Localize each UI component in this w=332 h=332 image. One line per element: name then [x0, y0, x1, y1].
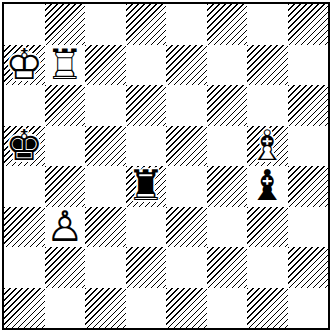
white-king[interactable]: ♚♔ — [4, 45, 45, 86]
white-bishop[interactable]: ♝♗ — [247, 126, 288, 167]
square-h6[interactable] — [288, 85, 329, 126]
white-bishop-glyph: ♗ — [248, 126, 286, 167]
square-a4[interactable] — [4, 166, 45, 207]
square-b4[interactable] — [45, 166, 86, 207]
black-bishop[interactable]: ♝♝ — [247, 166, 288, 207]
square-e4[interactable] — [166, 166, 207, 207]
square-c6[interactable] — [85, 85, 126, 126]
square-b7[interactable]: ♜♖ — [45, 45, 86, 86]
square-c4[interactable] — [85, 166, 126, 207]
square-d4[interactable]: ♜♜ — [126, 166, 167, 207]
square-e8[interactable] — [166, 4, 207, 45]
square-h4[interactable] — [288, 166, 329, 207]
square-c8[interactable] — [85, 4, 126, 45]
square-g1[interactable] — [247, 288, 288, 329]
white-pawn-glyph: ♙ — [46, 207, 84, 248]
black-rook-glyph: ♜ — [127, 166, 165, 207]
square-g7[interactable] — [247, 45, 288, 86]
square-b6[interactable] — [45, 85, 86, 126]
square-f7[interactable] — [207, 45, 248, 86]
square-g5[interactable]: ♝♗ — [247, 126, 288, 167]
square-a5[interactable]: ♚♚ — [4, 126, 45, 167]
square-d6[interactable] — [126, 85, 167, 126]
square-h2[interactable] — [288, 247, 329, 288]
square-g4[interactable]: ♝♝ — [247, 166, 288, 207]
square-b3[interactable]: ♟♙ — [45, 207, 86, 248]
square-d5[interactable] — [126, 126, 167, 167]
black-king-glyph: ♚ — [5, 126, 43, 167]
square-d8[interactable] — [126, 4, 167, 45]
square-g6[interactable] — [247, 85, 288, 126]
square-e6[interactable] — [166, 85, 207, 126]
white-rook[interactable]: ♜♖ — [45, 45, 86, 86]
square-f3[interactable] — [207, 207, 248, 248]
white-pawn[interactable]: ♟♙ — [45, 207, 86, 248]
square-f5[interactable] — [207, 126, 248, 167]
square-e1[interactable] — [166, 288, 207, 329]
square-d7[interactable] — [126, 45, 167, 86]
square-e3[interactable] — [166, 207, 207, 248]
square-c7[interactable] — [85, 45, 126, 86]
square-a8[interactable] — [4, 4, 45, 45]
chessboard: ♚♔♜♖♚♚♝♗♜♜♝♝♟♙ — [4, 4, 328, 328]
square-c3[interactable] — [85, 207, 126, 248]
square-a3[interactable] — [4, 207, 45, 248]
square-f1[interactable] — [207, 288, 248, 329]
square-e5[interactable] — [166, 126, 207, 167]
square-c5[interactable] — [85, 126, 126, 167]
square-e2[interactable] — [166, 247, 207, 288]
square-d2[interactable] — [126, 247, 167, 288]
square-h7[interactable] — [288, 45, 329, 86]
square-h8[interactable] — [288, 4, 329, 45]
square-g3[interactable] — [247, 207, 288, 248]
square-a6[interactable] — [4, 85, 45, 126]
chessboard-frame: ♚♔♜♖♚♚♝♗♜♜♝♝♟♙ — [2, 2, 330, 330]
square-c1[interactable] — [85, 288, 126, 329]
square-f2[interactable] — [207, 247, 248, 288]
square-c2[interactable] — [85, 247, 126, 288]
square-g2[interactable] — [247, 247, 288, 288]
square-g8[interactable] — [247, 4, 288, 45]
white-king-glyph: ♔ — [5, 45, 43, 86]
black-bishop-glyph: ♝ — [248, 166, 286, 207]
square-b5[interactable] — [45, 126, 86, 167]
square-f4[interactable] — [207, 166, 248, 207]
square-b1[interactable] — [45, 288, 86, 329]
square-b8[interactable] — [45, 4, 86, 45]
square-d1[interactable] — [126, 288, 167, 329]
square-h3[interactable] — [288, 207, 329, 248]
square-h5[interactable] — [288, 126, 329, 167]
square-a1[interactable] — [4, 288, 45, 329]
square-h1[interactable] — [288, 288, 329, 329]
square-f8[interactable] — [207, 4, 248, 45]
white-rook-glyph: ♖ — [46, 45, 84, 86]
square-b2[interactable] — [45, 247, 86, 288]
square-e7[interactable] — [166, 45, 207, 86]
square-f6[interactable] — [207, 85, 248, 126]
square-a2[interactable] — [4, 247, 45, 288]
black-king[interactable]: ♚♚ — [4, 126, 45, 167]
black-rook[interactable]: ♜♜ — [126, 166, 167, 207]
square-d3[interactable] — [126, 207, 167, 248]
square-a7[interactable]: ♚♔ — [4, 45, 45, 86]
